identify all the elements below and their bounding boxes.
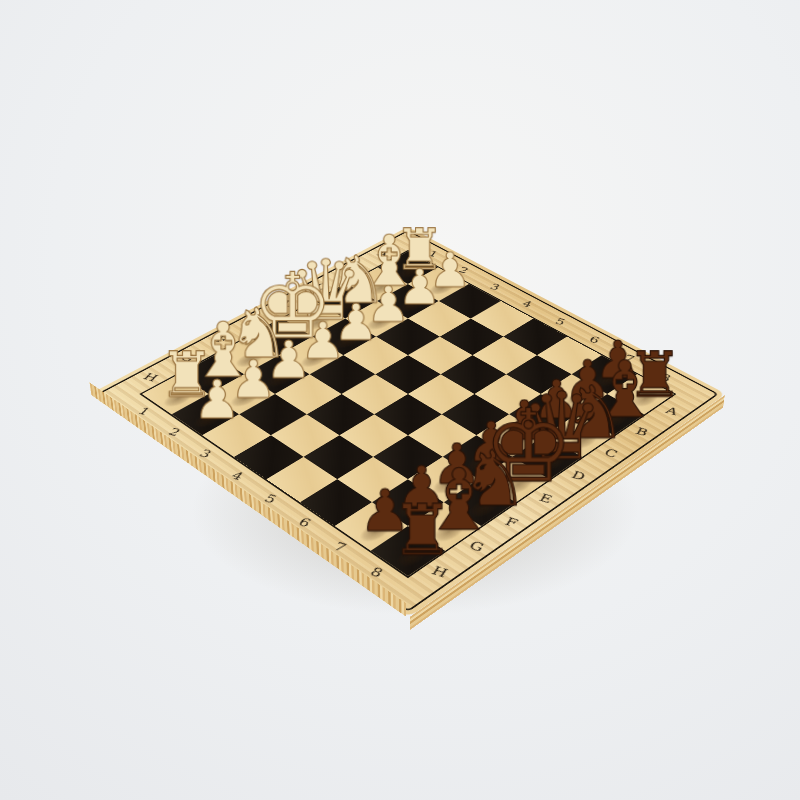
rank-label-5: 5 (553, 316, 568, 327)
square-d4[interactable] (375, 355, 440, 394)
piece-white-pawn[interactable]: ♟ (193, 379, 241, 423)
file-label-F: F (502, 515, 520, 530)
product-photo-scene: HGFEDCBA HGFEDCBA 12345678 12345678 ♜♝♞♚… (0, 0, 800, 800)
piece-black-rook[interactable]: ♜ (391, 503, 454, 560)
rank-label-3: 3 (487, 282, 501, 292)
file-label-E: E (537, 491, 555, 506)
